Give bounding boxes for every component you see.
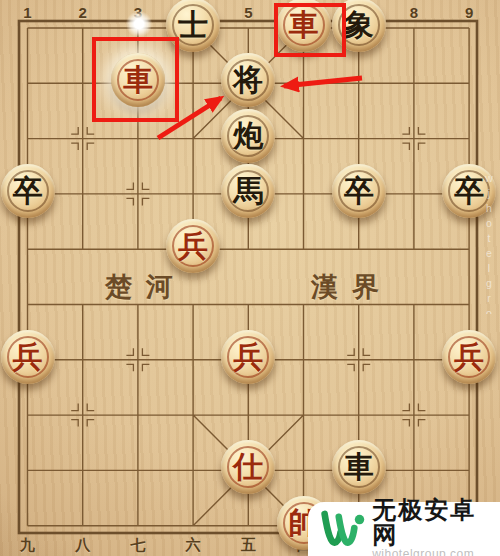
piece-red-soldier[interactable]: 兵 <box>442 330 496 384</box>
file-number-top: 2 <box>79 4 87 21</box>
piece-red-chariot[interactable]: 車 <box>277 0 331 52</box>
piece-red-soldier[interactable]: 兵 <box>166 219 220 273</box>
watermark-card: 无极安卓网 wjhotelgroup.com <box>308 502 500 556</box>
piece-black-chariot[interactable]: 車 <box>332 440 386 494</box>
piece-glyph: 兵 <box>454 342 484 372</box>
piece-glyph: 卒 <box>344 176 374 206</box>
piece-glyph: 仕 <box>233 452 263 482</box>
piece-glyph: 象 <box>344 10 374 40</box>
file-numeral-bottom: 九 <box>20 536 35 555</box>
piece-black-cannon[interactable]: 炮 <box>221 109 275 163</box>
file-numeral-bottom: 七 <box>130 536 145 555</box>
file-numeral-bottom: 八 <box>75 536 90 555</box>
piece-glyph: 将 <box>233 65 263 95</box>
piece-glyph: 卒 <box>454 176 484 206</box>
file-number-top: 3 <box>134 4 142 21</box>
piece-red-chariot[interactable]: 車 <box>111 53 165 107</box>
river-label-chu: 楚河 <box>105 269 187 305</box>
watermark-site-name: 无极安卓网 <box>372 497 500 547</box>
piece-glyph: 兵 <box>233 342 263 372</box>
piece-glyph: 兵 <box>13 342 43 372</box>
piece-glyph: 車 <box>344 452 374 482</box>
piece-glyph: 炮 <box>233 121 263 151</box>
file-number-top: 5 <box>244 4 252 21</box>
watermark-logo-icon <box>318 508 365 550</box>
watermark-site-url: wjhotelgroup.com <box>372 548 500 556</box>
file-numeral-bottom: 五 <box>241 536 256 555</box>
piece-black-advisor[interactable]: 士 <box>166 0 220 52</box>
piece-red-soldier[interactable]: 兵 <box>1 330 55 384</box>
piece-black-elephant[interactable]: 象 <box>332 0 386 52</box>
piece-glyph: 卒 <box>13 176 43 206</box>
piece-black-soldier[interactable]: 卒 <box>332 164 386 218</box>
piece-red-soldier[interactable]: 兵 <box>221 330 275 384</box>
file-numeral-bottom: 六 <box>186 536 201 555</box>
piece-black-horse[interactable]: 馬 <box>221 164 275 218</box>
piece-glyph: 兵 <box>178 231 208 261</box>
xiangqi-screenshot: 123456789 九八七六五四三二一 楚河 漢界 士車象車将炮卒馬卒卒兵兵兵兵… <box>0 0 500 556</box>
file-number-top: 9 <box>465 4 473 21</box>
river-label-han: 漢界 <box>311 269 393 305</box>
file-number-top: 8 <box>410 4 418 21</box>
piece-glyph: 馬 <box>233 176 263 206</box>
piece-black-soldier[interactable]: 卒 <box>442 164 496 218</box>
piece-black-soldier[interactable]: 卒 <box>1 164 55 218</box>
piece-glyph: 車 <box>123 65 153 95</box>
piece-glyph: 車 <box>289 10 319 40</box>
piece-glyph: 士 <box>178 10 208 40</box>
file-number-top: 1 <box>23 4 31 21</box>
